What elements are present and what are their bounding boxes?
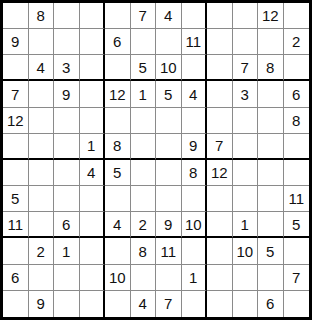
- cell-r1c1[interactable]: [3, 3, 29, 29]
- cell-r4c11[interactable]: [258, 81, 284, 107]
- cell-r2c11[interactable]: [258, 29, 284, 55]
- cell-r2c5: 6: [105, 29, 131, 55]
- cell-r11c2[interactable]: [29, 265, 55, 291]
- cell-r4c12: 6: [284, 81, 310, 107]
- cell-r1c7: 4: [156, 3, 182, 29]
- cell-r3c10: 7: [233, 55, 259, 81]
- cell-r2c12: 2: [284, 29, 310, 55]
- cell-r10c6: 8: [131, 238, 157, 264]
- cell-r3c6: 5: [131, 55, 157, 81]
- cell-r1c2: 8: [29, 3, 55, 29]
- cell-r11c8: 1: [182, 265, 208, 291]
- cell-r4c5: 12: [105, 81, 131, 107]
- sudoku-grid: 8741296112435107879121543612818974581251…: [3, 3, 309, 317]
- cell-r8c11[interactable]: [258, 186, 284, 212]
- cell-r6c2[interactable]: [29, 134, 55, 160]
- cell-r9c9[interactable]: [207, 212, 233, 238]
- cell-r3c8[interactable]: [182, 55, 208, 81]
- cell-r2c7[interactable]: [156, 29, 182, 55]
- cell-r11c11[interactable]: [258, 265, 284, 291]
- cell-r7c10[interactable]: [233, 160, 259, 186]
- cell-r9c10: 1: [233, 212, 259, 238]
- cell-r6c8: 9: [182, 134, 208, 160]
- cell-r10c7: 11: [156, 238, 182, 264]
- cell-r3c3: 3: [54, 55, 80, 81]
- cell-r7c4: 4: [80, 160, 106, 186]
- cell-r8c5[interactable]: [105, 186, 131, 212]
- cell-r12c4[interactable]: [80, 291, 106, 317]
- cell-r3c9[interactable]: [207, 55, 233, 81]
- cell-r10c4[interactable]: [80, 238, 106, 264]
- cell-r12c5[interactable]: [105, 291, 131, 317]
- cell-r7c12[interactable]: [284, 160, 310, 186]
- cell-r6c1[interactable]: [3, 134, 29, 160]
- cell-r3c4[interactable]: [80, 55, 106, 81]
- cell-r10c3: 1: [54, 238, 80, 264]
- cell-r6c9: 7: [207, 134, 233, 160]
- cell-r4c10: 3: [233, 81, 259, 107]
- cell-r9c2[interactable]: [29, 212, 55, 238]
- cell-r9c12: 5: [284, 212, 310, 238]
- cell-r8c4[interactable]: [80, 186, 106, 212]
- cell-r5c1: 12: [3, 108, 29, 134]
- cell-r9c3: 6: [54, 212, 80, 238]
- cell-r7c11[interactable]: [258, 160, 284, 186]
- cell-r5c6[interactable]: [131, 108, 157, 134]
- cell-r6c7[interactable]: [156, 134, 182, 160]
- cell-r5c7[interactable]: [156, 108, 182, 134]
- cell-r8c10[interactable]: [233, 186, 259, 212]
- cell-r7c6[interactable]: [131, 160, 157, 186]
- cell-r9c7: 9: [156, 212, 182, 238]
- cell-r12c7: 7: [156, 291, 182, 317]
- cell-r6c5: 8: [105, 134, 131, 160]
- cell-r5c11[interactable]: [258, 108, 284, 134]
- cell-r7c3[interactable]: [54, 160, 80, 186]
- cell-r11c10[interactable]: [233, 265, 259, 291]
- cell-r1c3[interactable]: [54, 3, 80, 29]
- cell-r11c12: 7: [284, 265, 310, 291]
- cell-r3c2: 4: [29, 55, 55, 81]
- cell-r9c1: 11: [3, 212, 29, 238]
- cell-r2c2[interactable]: [29, 29, 55, 55]
- cell-r8c12: 11: [284, 186, 310, 212]
- cell-r8c9[interactable]: [207, 186, 233, 212]
- cell-r11c1: 6: [3, 265, 29, 291]
- cell-r8c3[interactable]: [54, 186, 80, 212]
- cell-r5c5[interactable]: [105, 108, 131, 134]
- cell-r9c8: 10: [182, 212, 208, 238]
- cell-r7c8: 8: [182, 160, 208, 186]
- cell-r12c6: 4: [131, 291, 157, 317]
- cell-r11c9[interactable]: [207, 265, 233, 291]
- cell-r4c9[interactable]: [207, 81, 233, 107]
- cell-r4c3: 9: [54, 81, 80, 107]
- cell-r3c1[interactable]: [3, 55, 29, 81]
- cell-r7c7[interactable]: [156, 160, 182, 186]
- cell-r8c8[interactable]: [182, 186, 208, 212]
- cell-r11c6[interactable]: [131, 265, 157, 291]
- cell-r4c1: 7: [3, 81, 29, 107]
- cell-r5c9[interactable]: [207, 108, 233, 134]
- sudoku-board: 8741296112435107879121543612818974581251…: [0, 0, 312, 320]
- cell-r5c8[interactable]: [182, 108, 208, 134]
- cell-r9c5: 4: [105, 212, 131, 238]
- cell-r12c1[interactable]: [3, 291, 29, 317]
- cell-r10c11: 5: [258, 238, 284, 264]
- cell-r2c3[interactable]: [54, 29, 80, 55]
- cell-r5c3[interactable]: [54, 108, 80, 134]
- cell-r6c4: 1: [80, 134, 106, 160]
- cell-r2c9[interactable]: [207, 29, 233, 55]
- cell-r2c6[interactable]: [131, 29, 157, 55]
- cell-r1c5[interactable]: [105, 3, 131, 29]
- cell-r11c5: 10: [105, 265, 131, 291]
- cell-r10c9[interactable]: [207, 238, 233, 264]
- cell-r1c6: 7: [131, 3, 157, 29]
- cell-r10c8[interactable]: [182, 238, 208, 264]
- cell-r11c4[interactable]: [80, 265, 106, 291]
- cell-r10c12[interactable]: [284, 238, 310, 264]
- cell-r6c11[interactable]: [258, 134, 284, 160]
- cell-r1c8[interactable]: [182, 3, 208, 29]
- cell-r1c11: 12: [258, 3, 284, 29]
- cell-r1c4[interactable]: [80, 3, 106, 29]
- cell-r2c1: 9: [3, 29, 29, 55]
- cell-r12c10[interactable]: [233, 291, 259, 317]
- cell-r6c3[interactable]: [54, 134, 80, 160]
- cell-r3c5[interactable]: [105, 55, 131, 81]
- cell-r9c6: 2: [131, 212, 157, 238]
- cell-r1c10[interactable]: [233, 3, 259, 29]
- cell-r10c1[interactable]: [3, 238, 29, 264]
- cell-r3c11: 8: [258, 55, 284, 81]
- cell-r9c11[interactable]: [258, 212, 284, 238]
- cell-r8c7[interactable]: [156, 186, 182, 212]
- cell-r7c9: 12: [207, 160, 233, 186]
- cell-r9c4[interactable]: [80, 212, 106, 238]
- cell-r10c2: 2: [29, 238, 55, 264]
- cell-r12c2: 9: [29, 291, 55, 317]
- cell-r11c7[interactable]: [156, 265, 182, 291]
- cell-r2c10[interactable]: [233, 29, 259, 55]
- cell-r4c4[interactable]: [80, 81, 106, 107]
- cell-r12c3[interactable]: [54, 291, 80, 317]
- cell-r5c10[interactable]: [233, 108, 259, 134]
- cell-r10c10: 10: [233, 238, 259, 264]
- cell-r5c2[interactable]: [29, 108, 55, 134]
- cell-r3c12[interactable]: [284, 55, 310, 81]
- cell-r7c5: 5: [105, 160, 131, 186]
- cell-r2c8: 11: [182, 29, 208, 55]
- cell-r3c7: 10: [156, 55, 182, 81]
- cell-r6c10[interactable]: [233, 134, 259, 160]
- cell-r6c12[interactable]: [284, 134, 310, 160]
- cell-r6c6[interactable]: [131, 134, 157, 160]
- cell-r12c8[interactable]: [182, 291, 208, 317]
- cell-r8c1: 5: [3, 186, 29, 212]
- cell-r11c3[interactable]: [54, 265, 80, 291]
- cell-r8c2[interactable]: [29, 186, 55, 212]
- cell-r12c9[interactable]: [207, 291, 233, 317]
- cell-r1c9[interactable]: [207, 3, 233, 29]
- cell-r1c12[interactable]: [284, 3, 310, 29]
- cell-r7c2[interactable]: [29, 160, 55, 186]
- cell-r10c5[interactable]: [105, 238, 131, 264]
- cell-r7c1[interactable]: [3, 160, 29, 186]
- cell-r2c4[interactable]: [80, 29, 106, 55]
- cell-r5c12: 8: [284, 108, 310, 134]
- cell-r4c8: 4: [182, 81, 208, 107]
- cell-r8c6[interactable]: [131, 186, 157, 212]
- cell-r4c6: 1: [131, 81, 157, 107]
- cell-r5c4[interactable]: [80, 108, 106, 134]
- cell-r4c2[interactable]: [29, 81, 55, 107]
- cell-r4c7: 5: [156, 81, 182, 107]
- cell-r12c12[interactable]: [284, 291, 310, 317]
- cell-r12c11: 6: [258, 291, 284, 317]
